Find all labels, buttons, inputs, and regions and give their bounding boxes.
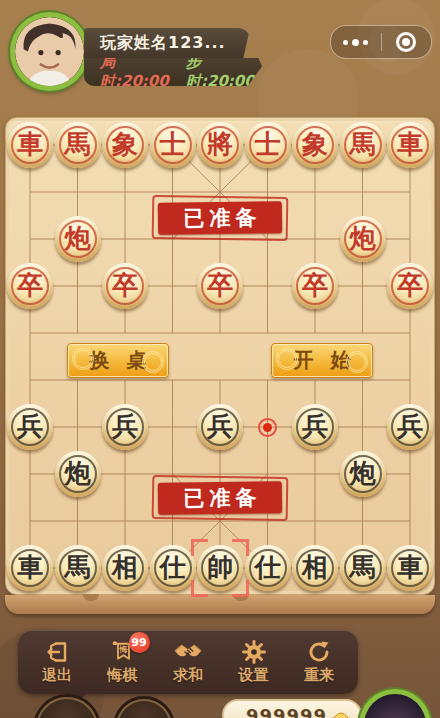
piece-炮[interactable]: 炮 [340,216,386,262]
piece-glyph: 車 [17,131,43,157]
handshake-icon [173,639,203,665]
board-bottom-bevel [5,595,435,614]
exit-label: 退出 [42,666,72,685]
footer-round-button-1[interactable] [36,697,98,718]
coin-balance-pill: 999999 [222,699,362,718]
piece-炮[interactable]: 炮 [55,451,101,497]
piece-glyph: 將 [207,131,233,157]
ready-stamp-bottom: 已准备 [158,481,282,515]
dot-icon [352,39,359,46]
piece-glyph: 相 [302,554,328,580]
piece-相[interactable]: 相 [292,545,338,591]
piece-士[interactable]: 士 [245,122,291,168]
gear-icon [241,639,267,665]
piece-glyph: 兵 [302,413,328,439]
piece-glyph: 士 [255,131,281,157]
piece-glyph: 炮 [350,460,376,486]
piece-卒[interactable]: 卒 [292,263,338,309]
piece-glyph: 卒 [302,272,328,298]
ready-stamp-top: 已准备 [158,201,282,235]
piece-馬[interactable]: 馬 [55,122,101,168]
player-avatar[interactable] [10,12,89,91]
game-timer: 局时:20:00 [100,53,176,91]
target-circle-icon [396,32,416,52]
piece-glyph: 炮 [65,225,91,251]
piece-glyph: 卒 [207,272,233,298]
undo-count-badge: 99 [129,632,150,653]
piece-將[interactable]: 將 [197,122,243,168]
piece-車[interactable]: 車 [7,122,53,168]
piece-車[interactable]: 車 [7,545,53,591]
piece-馬[interactable]: 馬 [340,545,386,591]
piece-glyph: 馬 [350,131,376,157]
piece-glyph: 卒 [112,272,138,298]
piece-glyph: 仕 [160,554,186,580]
piece-卒[interactable]: 卒 [102,263,148,309]
footer-round-button-2[interactable] [116,699,172,718]
xiangqi-game-screen: 玩家姓名123... 局时:20:00 步时:20:00 已准备 已准备 换 桌… [0,0,440,718]
coins-value: 999999 [246,705,327,718]
undo-label: 悔棋 [108,666,138,685]
player-name: 玩家姓名123... [100,33,226,54]
bevel-notch [83,594,99,601]
piece-車[interactable]: 車 [387,545,433,591]
piece-炮[interactable]: 炮 [340,451,386,497]
draw-label: 求和 [173,666,203,685]
piece-glyph: 炮 [350,225,376,251]
restart-label: 重来 [304,666,334,685]
piece-仕[interactable]: 仕 [150,545,196,591]
piece-glyph: 卒 [17,272,43,298]
piece-glyph: 炮 [65,460,91,486]
piece-相[interactable]: 相 [102,545,148,591]
piece-兵[interactable]: 兵 [387,404,433,450]
wechat-capsule [330,25,432,59]
exit-door-icon [44,639,70,665]
piece-兵[interactable]: 兵 [102,404,148,450]
dot-icon [343,40,348,45]
restart-button[interactable]: 重来 [290,639,348,685]
piece-glyph: 馬 [65,554,91,580]
avatar-photo [15,17,84,86]
move-timer: 步时:20:00 [186,53,262,91]
piece-glyph: 士 [160,131,186,157]
piece-glyph: 車 [397,131,423,157]
piece-象[interactable]: 象 [292,122,338,168]
svg-text:悔: 悔 [118,645,128,654]
piece-炮[interactable]: 炮 [55,216,101,262]
piece-兵[interactable]: 兵 [292,404,338,450]
piece-卒[interactable]: 卒 [7,263,53,309]
gold-ingot-icon [330,706,352,718]
piece-glyph: 帥 [207,554,233,580]
piece-兵[interactable]: 兵 [7,404,53,450]
piece-卒[interactable]: 卒 [197,263,243,309]
close-home-button[interactable] [382,26,432,58]
piece-glyph: 車 [397,554,423,580]
piece-glyph: 兵 [207,413,233,439]
bevel-notch [233,594,249,601]
piece-象[interactable]: 象 [102,122,148,168]
piece-車[interactable]: 車 [387,122,433,168]
draw-button[interactable]: 求和 [159,639,217,685]
piece-馬[interactable]: 馬 [55,545,101,591]
player-name-plate: 玩家姓名123... [84,28,250,58]
piece-glyph: 馬 [65,131,91,157]
piece-glyph: 仕 [255,554,281,580]
piece-glyph: 象 [302,131,328,157]
restart-icon [306,639,332,665]
piece-glyph: 相 [112,554,138,580]
piece-glyph: 兵 [17,413,43,439]
piece-兵[interactable]: 兵 [197,404,243,450]
toolbar: 退出 悔 99 悔棋 求和 [18,630,358,694]
dot-icon [363,40,368,45]
piece-glyph: 兵 [397,413,423,439]
change-table-button[interactable]: 换 桌 [67,343,169,378]
piece-glyph: 車 [17,554,43,580]
piece-仕[interactable]: 仕 [245,545,291,591]
piece-glyph: 馬 [350,554,376,580]
undo-button[interactable]: 悔 99 悔棋 [94,639,152,685]
piece-glyph: 象 [112,131,138,157]
piece-帥[interactable]: 帥 [197,545,243,591]
piece-glyph: 兵 [112,413,138,439]
timer-plate: 局时:20:00 步时:20:00 [84,58,262,86]
bottom-player-avatar[interactable] [359,689,431,718]
piece-glyph: 卒 [397,272,423,298]
exit-button[interactable]: 退出 [28,639,86,685]
avatar-photo [364,694,426,718]
more-button[interactable] [331,26,381,58]
start-button[interactable]: 开 始 [271,343,373,378]
piece-士[interactable]: 士 [150,122,196,168]
settings-button[interactable]: 设置 [225,639,283,685]
settings-label: 设置 [239,666,269,685]
piece-馬[interactable]: 馬 [340,122,386,168]
piece-卒[interactable]: 卒 [387,263,433,309]
